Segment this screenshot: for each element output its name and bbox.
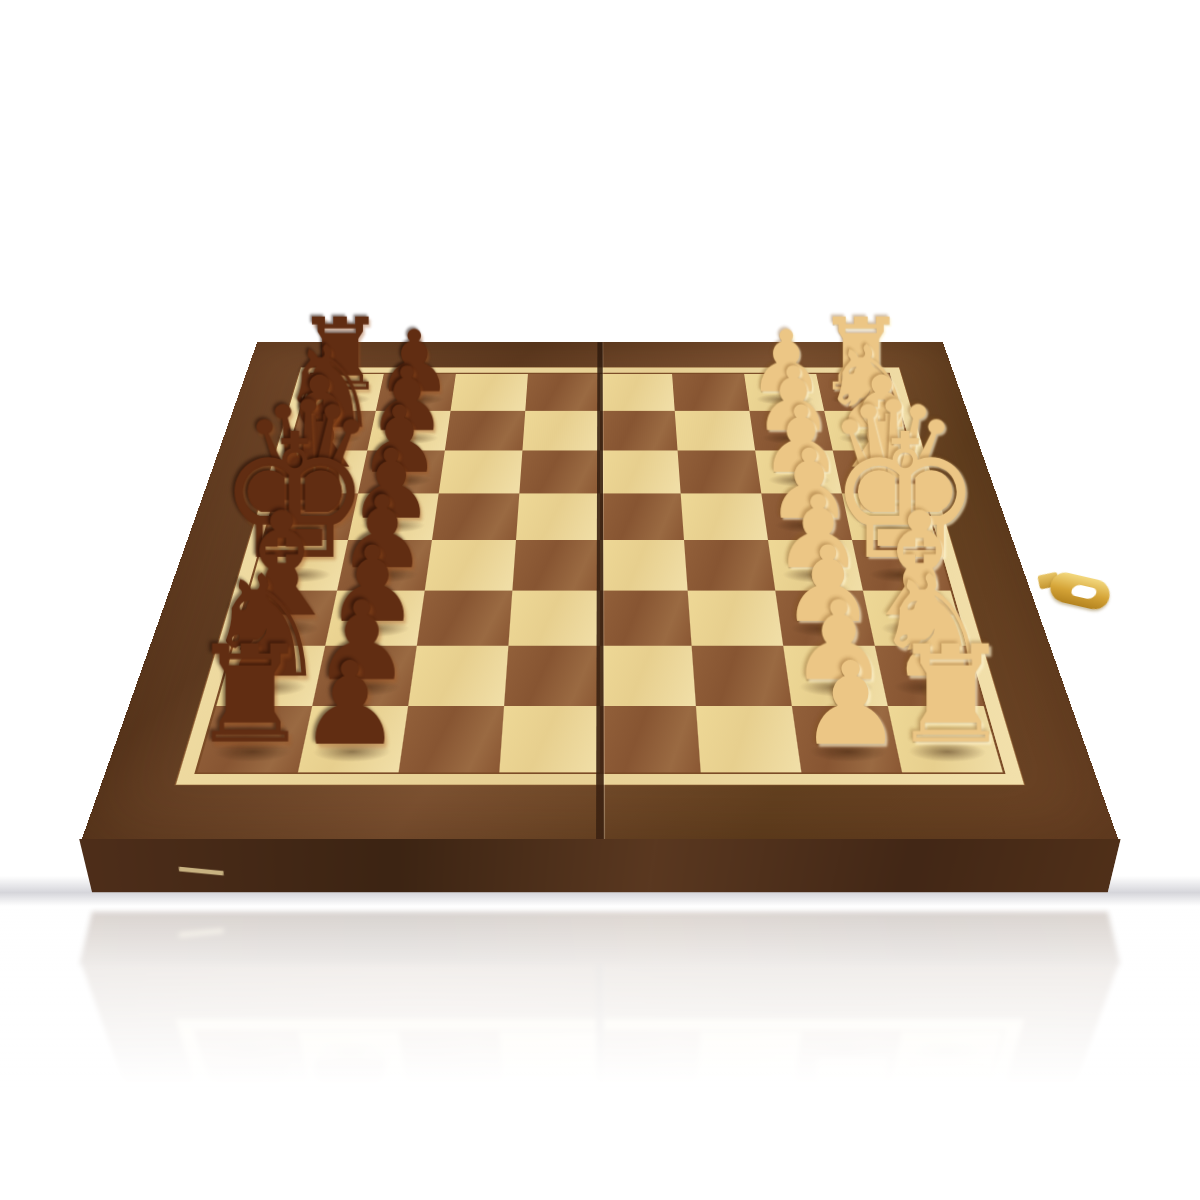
box-front-edge [79,839,1121,893]
black-pawn-h7[interactable]: ♟ [298,706,408,772]
hinge-fold-line [596,342,604,839]
chess-set-scene: ♜♟♟♜♞♟♟♞♝♟♟♝♛♟♟♛♚♟♟♚♝♟♟♝♞♟♟♞♜♟♟♜ [0,0,1200,1200]
piece-glyph: ♜ [189,628,310,763]
brass-clasp [1047,570,1112,613]
piece-glyph: ♜ [890,628,1011,763]
white-pawn-h2[interactable]: ♟ [792,706,902,772]
white-rook-h1[interactable]: ♜ [888,706,1003,772]
front-joint-inlay [179,867,224,876]
piece-glyph: ♟ [298,648,401,763]
product-photo-stage: ♜♟♟♜♞♟♟♞♝♟♟♝♛♟♟♛♚♟♟♚♝♟♟♝♞♟♟♞♜♟♟♜ ♜♟♟♜♞♟♟… [0,0,1200,1200]
black-rook-h8[interactable]: ♜ [197,706,312,772]
piece-glyph: ♟ [799,648,902,763]
folding-chess-board: ♜♟♟♜♞♟♟♞♝♟♟♝♛♟♟♛♚♟♟♚♝♟♟♝♞♟♟♞♜♟♟♜ [82,342,1118,839]
board-top-surface: ♜♟♟♜♞♟♟♞♝♟♟♝♛♟♟♛♚♟♟♚♝♟♟♝♞♟♟♞♜♟♟♜ [82,342,1118,839]
